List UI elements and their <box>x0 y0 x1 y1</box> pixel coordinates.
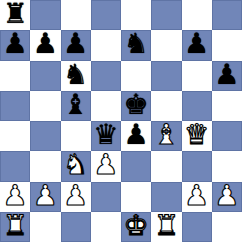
square-e1[interactable]: ♚ <box>121 212 151 242</box>
square-f6[interactable] <box>151 61 181 91</box>
black-pawn[interactable]: ♟ <box>63 30 88 59</box>
square-g1[interactable] <box>182 212 212 242</box>
square-h6[interactable]: ♟ <box>212 61 242 91</box>
square-c1[interactable] <box>61 212 91 242</box>
white-knight[interactable]: ♞ <box>63 151 88 180</box>
square-e4[interactable]: ♟ <box>121 121 151 151</box>
square-b5[interactable] <box>30 91 60 121</box>
black-king[interactable]: ♚ <box>124 91 149 120</box>
square-g7[interactable]: ♟ <box>182 30 212 60</box>
square-c4[interactable] <box>61 121 91 151</box>
square-b3[interactable] <box>30 151 60 181</box>
square-b1[interactable] <box>30 212 60 242</box>
square-b2[interactable]: ♟ <box>30 182 60 212</box>
white-queen[interactable]: ♛ <box>184 121 209 150</box>
black-pawn[interactable]: ♟ <box>214 61 239 90</box>
square-a1[interactable]: ♜ <box>0 212 30 242</box>
white-king[interactable]: ♚ <box>124 212 149 241</box>
square-d5[interactable] <box>91 91 121 121</box>
square-f3[interactable] <box>151 151 181 181</box>
square-a5[interactable] <box>0 91 30 121</box>
square-c8[interactable] <box>61 0 91 30</box>
square-g5[interactable] <box>182 91 212 121</box>
black-bishop[interactable]: ♝ <box>63 91 88 120</box>
white-pawn[interactable]: ♟ <box>33 182 58 211</box>
square-g8[interactable] <box>182 0 212 30</box>
square-a2[interactable]: ♟ <box>0 182 30 212</box>
square-a6[interactable] <box>0 61 30 91</box>
square-f7[interactable] <box>151 30 181 60</box>
white-rook[interactable]: ♜ <box>3 212 28 241</box>
square-a4[interactable] <box>0 121 30 151</box>
square-e2[interactable] <box>121 182 151 212</box>
square-g4[interactable]: ♛ <box>182 121 212 151</box>
black-knight[interactable]: ♞ <box>124 30 149 59</box>
square-g2[interactable]: ♟ <box>182 182 212 212</box>
square-e7[interactable]: ♞ <box>121 30 151 60</box>
square-e5[interactable]: ♚ <box>121 91 151 121</box>
square-f5[interactable] <box>151 91 181 121</box>
square-d8[interactable] <box>91 0 121 30</box>
square-c7[interactable]: ♟ <box>61 30 91 60</box>
square-d7[interactable] <box>91 30 121 60</box>
square-g6[interactable] <box>182 61 212 91</box>
black-queen[interactable]: ♛ <box>93 121 118 150</box>
black-pawn[interactable]: ♟ <box>3 30 28 59</box>
square-d2[interactable] <box>91 182 121 212</box>
square-h8[interactable] <box>212 0 242 30</box>
square-a3[interactable] <box>0 151 30 181</box>
square-h2[interactable]: ♟ <box>212 182 242 212</box>
square-c6[interactable]: ♞ <box>61 61 91 91</box>
square-h7[interactable] <box>212 30 242 60</box>
square-f2[interactable] <box>151 182 181 212</box>
white-rook[interactable]: ♜ <box>154 212 179 241</box>
square-a7[interactable]: ♟ <box>0 30 30 60</box>
square-h3[interactable] <box>212 151 242 181</box>
chessboard: ♜♟♟♟♞♟♞♟♝♚♛♟♝♛♞♟♟♟♟♟♟♜♚♜ <box>0 0 242 242</box>
square-b6[interactable] <box>30 61 60 91</box>
square-b4[interactable] <box>30 121 60 151</box>
square-c2[interactable]: ♟ <box>61 182 91 212</box>
square-e3[interactable] <box>121 151 151 181</box>
black-pawn[interactable]: ♟ <box>33 30 58 59</box>
square-c5[interactable]: ♝ <box>61 91 91 121</box>
square-d1[interactable] <box>91 212 121 242</box>
white-pawn[interactable]: ♟ <box>214 182 239 211</box>
black-knight[interactable]: ♞ <box>63 61 88 90</box>
square-c3[interactable]: ♞ <box>61 151 91 181</box>
square-h5[interactable] <box>212 91 242 121</box>
square-f4[interactable]: ♝ <box>151 121 181 151</box>
black-pawn[interactable]: ♟ <box>184 30 209 59</box>
white-pawn[interactable]: ♟ <box>93 151 118 180</box>
square-d6[interactable] <box>91 61 121 91</box>
square-e8[interactable] <box>121 0 151 30</box>
white-pawn[interactable]: ♟ <box>184 182 209 211</box>
square-f1[interactable]: ♜ <box>151 212 181 242</box>
square-b7[interactable]: ♟ <box>30 30 60 60</box>
square-h4[interactable] <box>212 121 242 151</box>
square-h1[interactable] <box>212 212 242 242</box>
square-d4[interactable]: ♛ <box>91 121 121 151</box>
square-f8[interactable] <box>151 0 181 30</box>
black-pawn[interactable]: ♟ <box>124 121 149 150</box>
square-d3[interactable]: ♟ <box>91 151 121 181</box>
white-pawn[interactable]: ♟ <box>63 182 88 211</box>
square-e6[interactable] <box>121 61 151 91</box>
square-g3[interactable] <box>182 151 212 181</box>
square-b8[interactable] <box>30 0 60 30</box>
square-a8[interactable]: ♜ <box>0 0 30 30</box>
white-pawn[interactable]: ♟ <box>3 182 28 211</box>
white-bishop[interactable]: ♝ <box>154 121 179 150</box>
black-rook[interactable]: ♜ <box>3 0 28 29</box>
